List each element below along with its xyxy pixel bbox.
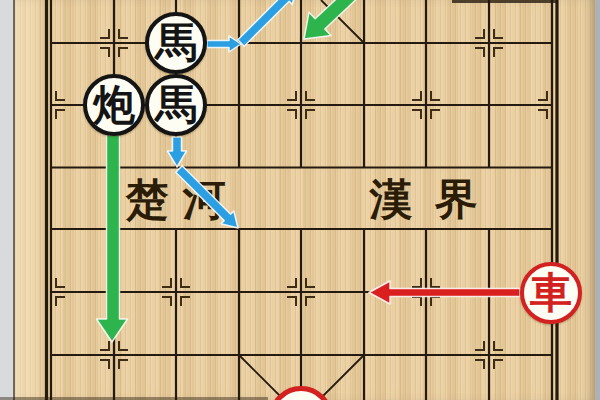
piece-black-horse-f3r3[interactable]: 馬 (145, 12, 207, 74)
screenshot: 楚 河 漢 界 馬 炮 馬 車 (0, 0, 600, 400)
piece-black-horse-f3r4[interactable]: 馬 (145, 74, 207, 136)
arrow-red-chariot-left (369, 281, 520, 304)
arrow-green-down-left (304, 0, 361, 39)
piece-glyph: 車 (530, 272, 572, 314)
arrow-blue-horse-right (207, 36, 241, 52)
piece-glyph: 馬 (155, 22, 197, 64)
move-arrows (0, 0, 600, 400)
piece-glyph: 炮 (93, 84, 135, 126)
arrow-blue-horse-down-right (176, 166, 238, 228)
arrow-green-cannon-down (97, 135, 128, 342)
arrow-blue-horse-up-right (238, 0, 296, 46)
piece-red-chariot-f9r7[interactable]: 車 (520, 262, 582, 324)
piece-glyph: 馬 (155, 84, 197, 126)
image-edge-artifact-top (452, 0, 558, 3)
piece-black-cannon-f2r4[interactable]: 炮 (83, 74, 145, 136)
arrow-blue-horse-down (168, 137, 187, 167)
